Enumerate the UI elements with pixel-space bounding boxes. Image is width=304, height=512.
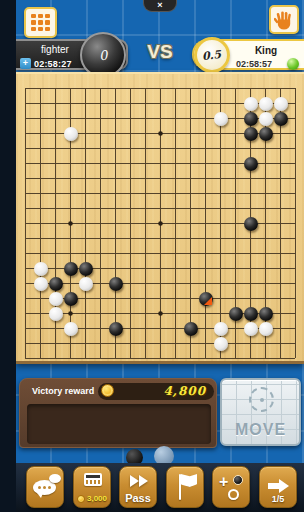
plus-icon: + xyxy=(219,473,228,491)
stone-black xyxy=(244,157,258,171)
gold-coin-icon xyxy=(77,495,85,503)
black-captures-count: 0 xyxy=(98,47,108,63)
stone-white xyxy=(64,127,78,141)
stone-black xyxy=(64,262,78,276)
collapse-tab[interactable]: × xyxy=(143,0,177,12)
stone-white xyxy=(259,97,273,111)
hand-button[interactable] xyxy=(269,5,299,34)
stone-black xyxy=(49,277,63,291)
menu-button[interactable] xyxy=(24,7,57,38)
stone-white xyxy=(274,97,288,111)
reward-amount-pill: 4,800 xyxy=(98,383,214,400)
chat-log-area xyxy=(27,404,211,444)
move-button-label: MOVE xyxy=(222,421,299,439)
stone-black xyxy=(259,307,273,321)
target-ring-icon xyxy=(228,489,239,500)
move-nav-counter: 1/5 xyxy=(260,494,296,504)
pass-button[interactable]: Pass xyxy=(119,466,157,508)
black-stone-icon xyxy=(233,475,243,485)
white-komi-circle: 0.5 xyxy=(194,37,230,73)
stone-white xyxy=(34,277,48,291)
add-friend-button[interactable]: + xyxy=(20,58,31,69)
stone-white xyxy=(214,322,228,336)
online-green-dot xyxy=(287,58,299,70)
game-screen: × fighter + 02:58:27 0 VS King 02:58:57 … xyxy=(16,0,304,512)
move-nav-button[interactable]: 1/5 xyxy=(259,466,297,508)
komi-value: 0.5 xyxy=(202,48,222,63)
black-player-time: 02:58:27 xyxy=(34,59,72,69)
stone-white xyxy=(64,322,78,336)
counting-cost: 3,000 xyxy=(87,494,107,503)
flag-icon xyxy=(179,474,181,500)
resign-button[interactable] xyxy=(166,466,204,508)
close-icon: × xyxy=(157,0,162,10)
hand-icon xyxy=(274,10,294,30)
pass-label: Pass xyxy=(120,492,156,504)
victory-reward-panel: Victory reward 4,800 xyxy=(19,378,217,448)
stone-white xyxy=(259,322,273,336)
chat-button[interactable] xyxy=(26,466,64,508)
stone-black xyxy=(64,292,78,306)
stone-white xyxy=(49,307,63,321)
victory-reward-label: Victory reward xyxy=(32,386,94,396)
stone-black xyxy=(244,127,258,141)
stone-black xyxy=(199,292,213,306)
vs-label: VS xyxy=(138,41,182,63)
stone-black xyxy=(244,217,258,231)
gold-coin-icon xyxy=(101,384,114,397)
calculator-icon xyxy=(84,473,102,486)
last-move-marker xyxy=(204,297,212,305)
stone-black xyxy=(274,112,288,126)
white-player-name: King xyxy=(238,45,294,56)
stone-white xyxy=(259,112,273,126)
counting-button[interactable]: 3,000 xyxy=(73,466,111,508)
dotted-circle-icon xyxy=(249,387,274,412)
reward-amount: 4,800 xyxy=(163,384,206,398)
apps-grid-icon xyxy=(31,14,50,31)
move-button[interactable]: MOVE xyxy=(220,378,301,446)
fast-forward-icon xyxy=(130,475,148,487)
stone-white xyxy=(214,112,228,126)
stone-white xyxy=(34,262,48,276)
stone-black xyxy=(79,262,93,276)
stone-white xyxy=(244,97,258,111)
stone-black xyxy=(244,307,258,321)
stone-black xyxy=(109,277,123,291)
stone-black xyxy=(109,322,123,336)
stone-black xyxy=(184,322,198,336)
stone-black xyxy=(259,127,273,141)
stone-black xyxy=(229,307,243,321)
white-player-time: 02:58:57 xyxy=(236,59,272,69)
analysis-button[interactable]: + xyxy=(212,466,250,508)
black-player-name: fighter xyxy=(24,44,86,55)
stone-white xyxy=(79,277,93,291)
stone-white xyxy=(244,322,258,336)
go-board[interactable] xyxy=(16,72,304,364)
stone-white xyxy=(214,337,228,351)
stone-black xyxy=(244,112,258,126)
stone-white xyxy=(49,292,63,306)
